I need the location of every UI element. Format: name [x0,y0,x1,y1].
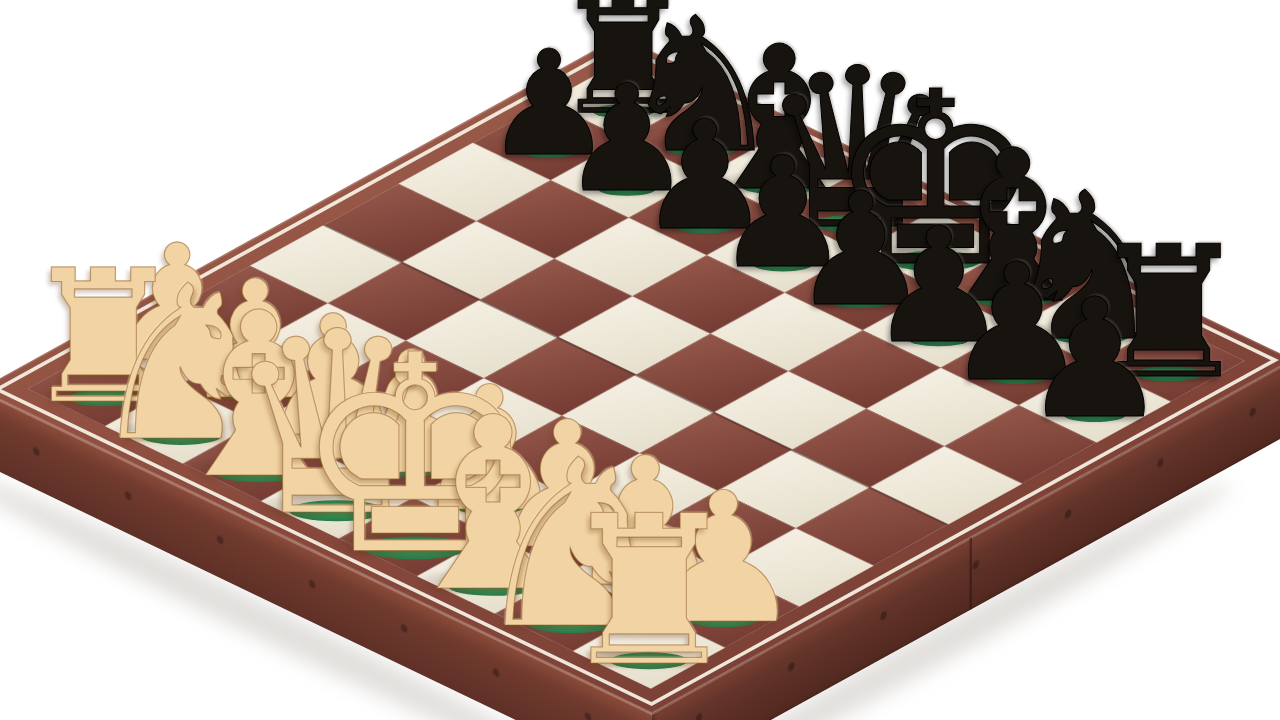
rook-glyph: ♜ [556,488,741,694]
pawn-glyph: ♟ [1021,277,1169,442]
chess-set-photo: ♜♞♝♛♚♝♞♜♟♟♟♟♟♟♟♟♟♟♟♟♟♟♟♟♜♞♝♛♚♝♞♜ [0,0,1280,720]
pieces-layer: ♜♞♝♛♚♝♞♜♟♟♟♟♟♟♟♟♟♟♟♟♟♟♟♟♜♞♝♛♚♝♞♜ [0,0,1280,720]
